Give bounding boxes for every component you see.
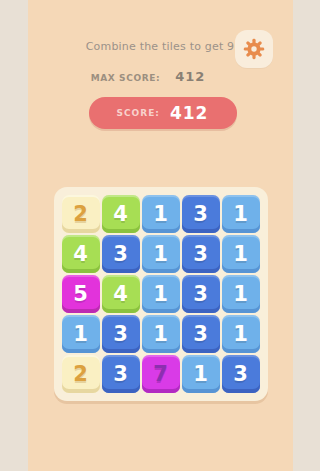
tile-r3c4[interactable]: 3: [182, 275, 220, 313]
tile-r4c1[interactable]: 1: [62, 315, 100, 353]
gear-icon: [242, 37, 266, 61]
tile-r1c3[interactable]: 1: [142, 195, 180, 233]
score-banner: SCORE: 412: [89, 97, 237, 129]
tile-r2c2[interactable]: 3: [102, 235, 140, 273]
tile-r2c3[interactable]: 1: [142, 235, 180, 273]
board-grid: 2413143131541311313123713: [62, 195, 260, 393]
tile-r3c5[interactable]: 1: [222, 275, 260, 313]
tile-r3c1[interactable]: 5: [62, 275, 100, 313]
tile-r3c2[interactable]: 4: [102, 275, 140, 313]
game-screen: Combine the tiles to get 9 MAX SCOR: [28, 0, 293, 471]
max-score-value: 412: [175, 69, 205, 84]
tile-r1c4[interactable]: 3: [182, 195, 220, 233]
tile-r2c5[interactable]: 1: [222, 235, 260, 273]
tile-r5c5[interactable]: 3: [222, 355, 260, 393]
max-score-row: MAX SCORE: 412: [28, 69, 281, 84]
tile-r4c5[interactable]: 1: [222, 315, 260, 353]
tile-r2c1[interactable]: 4: [62, 235, 100, 273]
tile-r4c2[interactable]: 3: [102, 315, 140, 353]
settings-button[interactable]: [235, 30, 273, 68]
tile-r5c3[interactable]: 7: [142, 355, 180, 393]
tile-r1c1[interactable]: 2: [62, 195, 100, 233]
tile-r4c4[interactable]: 3: [182, 315, 220, 353]
tile-r1c5[interactable]: 1: [222, 195, 260, 233]
tile-r3c3[interactable]: 1: [142, 275, 180, 313]
tile-r4c3[interactable]: 1: [142, 315, 180, 353]
tile-r5c2[interactable]: 3: [102, 355, 140, 393]
tile-r2c4[interactable]: 3: [182, 235, 220, 273]
game-board: 2413143131541311313123713: [54, 187, 268, 401]
max-score-label: MAX SCORE:: [91, 73, 160, 83]
tile-r1c2[interactable]: 4: [102, 195, 140, 233]
score-value: 412: [170, 103, 209, 123]
tile-r5c4[interactable]: 1: [182, 355, 220, 393]
score-label: SCORE:: [117, 108, 160, 118]
tile-r5c1[interactable]: 2: [62, 355, 100, 393]
